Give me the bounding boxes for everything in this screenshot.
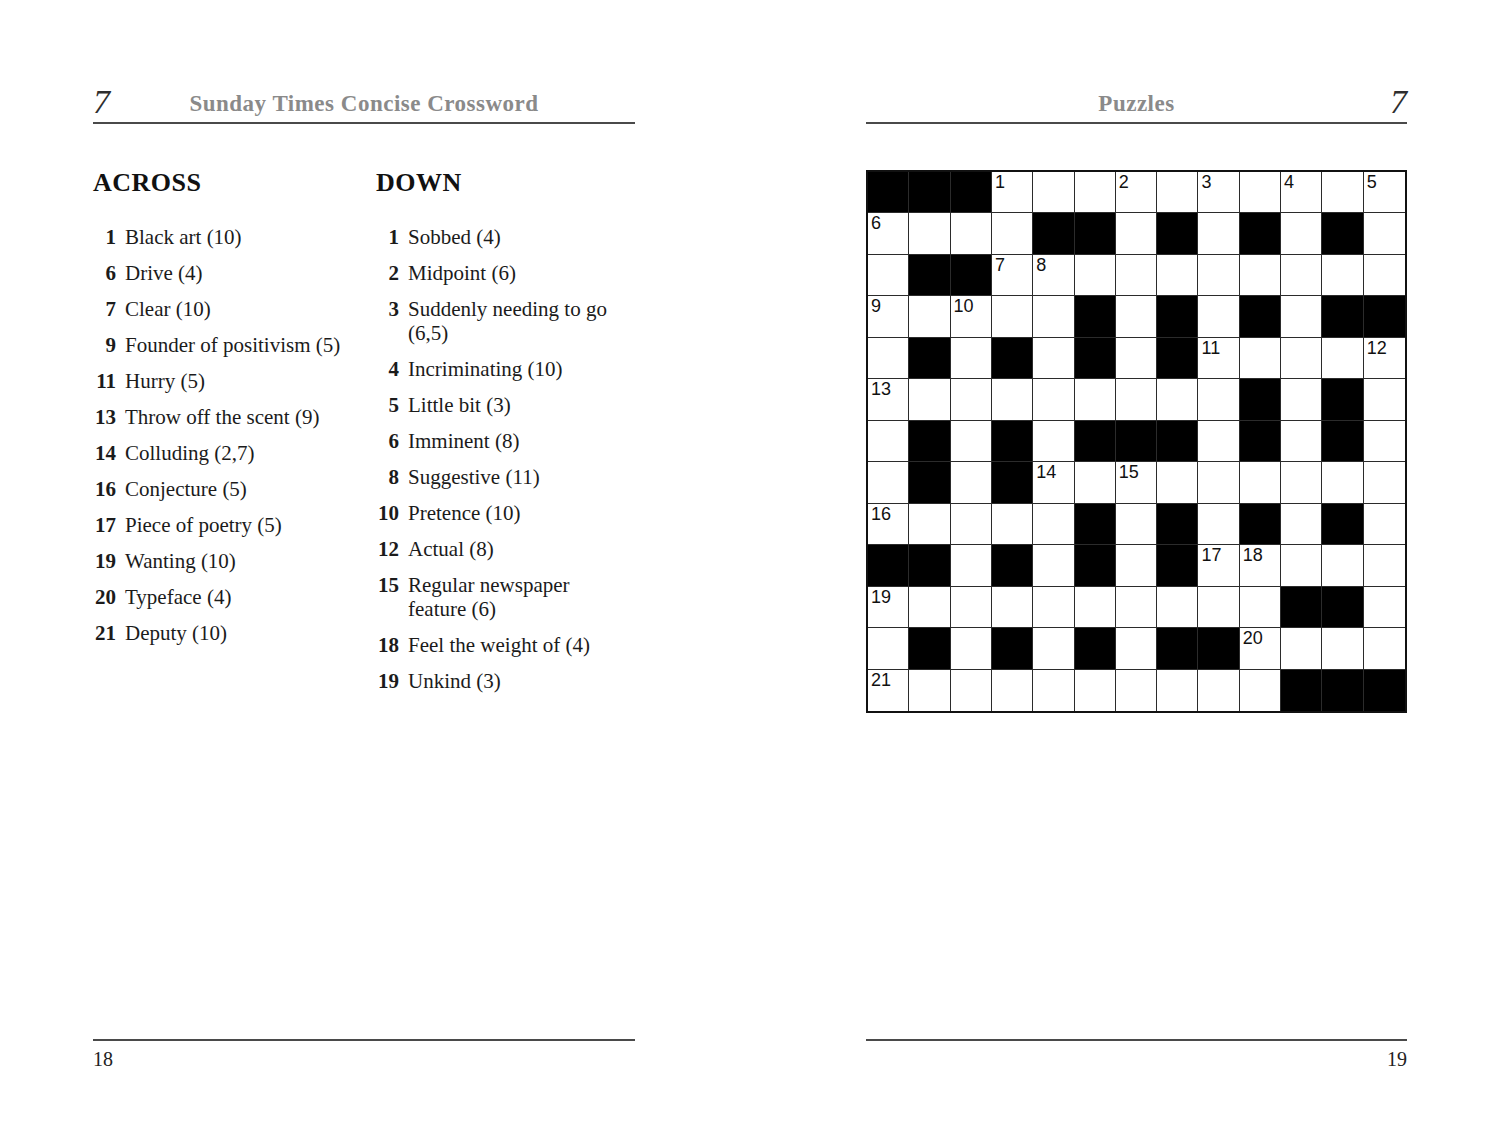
grid-cell — [1116, 255, 1157, 296]
block-cell — [1322, 213, 1363, 254]
clue-text: Black art (10) — [125, 225, 371, 249]
grid-cell — [1116, 504, 1157, 545]
grid-cell — [1281, 462, 1322, 503]
clue-text: Drive (4) — [125, 261, 371, 285]
block-cell — [1322, 379, 1363, 420]
grid-cell — [868, 255, 909, 296]
clue-item: 6Imminent (8) — [376, 429, 635, 453]
grid-cell: 21 — [868, 670, 909, 711]
block-cell — [1240, 421, 1281, 462]
cell-number: 16 — [871, 505, 891, 524]
grid-cell — [1240, 338, 1281, 379]
grid-cell — [909, 670, 950, 711]
grid-cell — [1157, 379, 1198, 420]
cell-number: 18 — [1243, 546, 1263, 565]
grid-cell — [909, 504, 950, 545]
grid-cell: 5 — [1364, 172, 1405, 213]
grid-cell — [868, 421, 909, 462]
grid-cell — [1198, 670, 1239, 711]
block-cell — [1240, 504, 1281, 545]
clue-item: 10Pretence (10) — [376, 501, 635, 525]
clue-number: 14 — [93, 441, 116, 465]
down-heading: DOWN — [376, 168, 635, 198]
grid-cell: 19 — [868, 587, 909, 628]
clue-text: Piece of poetry (5) — [125, 513, 371, 537]
clue-text: Midpoint (6) — [408, 261, 635, 285]
clue-item: 11Hurry (5) — [93, 369, 371, 393]
grid-cell — [1116, 296, 1157, 337]
clue-text: Regular newspaperfeature (6) — [408, 573, 635, 621]
grid-cell: 14 — [1033, 462, 1074, 503]
block-cell — [909, 545, 950, 586]
block-cell — [868, 545, 909, 586]
grid-cell — [1281, 504, 1322, 545]
grid-cell — [1281, 628, 1322, 669]
block-cell — [1075, 504, 1116, 545]
left-page-footer: 18 — [93, 1039, 635, 1071]
block-cell — [992, 545, 1033, 586]
clue-text: Throw off the scent (9) — [125, 405, 371, 429]
grid-cell: 20 — [1240, 628, 1281, 669]
block-cell — [1157, 628, 1198, 669]
grid-cell: 17 — [1198, 545, 1239, 586]
clue-number: 12 — [376, 537, 399, 561]
cell-number: 21 — [871, 671, 891, 690]
clue-number: 15 — [376, 573, 399, 621]
grid-cell: 15 — [1116, 462, 1157, 503]
grid-cell — [1364, 462, 1405, 503]
cell-number: 9 — [871, 297, 881, 316]
clue-number: 21 — [93, 621, 116, 645]
grid-cell — [1075, 462, 1116, 503]
grid-cell — [992, 504, 1033, 545]
cell-number: 15 — [1119, 463, 1139, 482]
book-spread: 7 Sunday Times Concise Crossword ACROSS … — [0, 0, 1500, 1137]
grid-cell — [1240, 587, 1281, 628]
grid-cell — [1157, 255, 1198, 296]
grid-cell — [951, 587, 992, 628]
block-cell — [1322, 587, 1363, 628]
grid-cell — [1240, 462, 1281, 503]
block-cell — [909, 628, 950, 669]
block-cell — [1240, 379, 1281, 420]
clue-item: 13Throw off the scent (9) — [93, 405, 371, 429]
block-cell — [1322, 296, 1363, 337]
grid-cell — [1116, 545, 1157, 586]
grid-cell — [1322, 172, 1363, 213]
cell-number: 12 — [1367, 339, 1387, 358]
grid-cell — [1364, 587, 1405, 628]
grid-cell — [1033, 504, 1074, 545]
cell-number: 4 — [1284, 173, 1294, 192]
grid-cell — [1116, 338, 1157, 379]
clue-number: 8 — [376, 465, 399, 489]
block-cell — [1116, 421, 1157, 462]
grid-cell — [1157, 172, 1198, 213]
grid-cell — [1116, 670, 1157, 711]
grid-cell — [951, 670, 992, 711]
grid-cell: 2 — [1116, 172, 1157, 213]
clue-item: 15Regular newspaperfeature (6) — [376, 573, 635, 621]
across-column: ACROSS 1Black art (10)6Drive (4)7Clear (… — [93, 168, 371, 657]
clue-number: 10 — [376, 501, 399, 525]
grid-cell — [1075, 670, 1116, 711]
grid-cell — [992, 670, 1033, 711]
cell-number: 6 — [871, 214, 881, 233]
grid-cell — [1198, 255, 1239, 296]
clue-number: 13 — [93, 405, 116, 429]
clue-item: 12Actual (8) — [376, 537, 635, 561]
grid-cell — [1198, 504, 1239, 545]
grid-cell — [1116, 213, 1157, 254]
grid-cell — [951, 545, 992, 586]
cell-number: 19 — [871, 588, 891, 607]
cell-number: 8 — [1036, 256, 1046, 275]
clue-number: 19 — [93, 549, 116, 573]
grid-cell: 16 — [868, 504, 909, 545]
clue-text: Conjecture (5) — [125, 477, 371, 501]
block-cell — [951, 255, 992, 296]
clue-number: 3 — [376, 297, 399, 345]
clue-text: Founder of positivism (5) — [125, 333, 371, 357]
cell-number: 5 — [1367, 173, 1377, 192]
left-page-header: 7 Sunday Times Concise Crossword — [93, 84, 635, 124]
clue-number: 20 — [93, 585, 116, 609]
grid-cell: 3 — [1198, 172, 1239, 213]
grid-cell — [1033, 338, 1074, 379]
block-cell — [1157, 545, 1198, 586]
block-cell — [1364, 296, 1405, 337]
clue-text: Pretence (10) — [408, 501, 635, 525]
cell-number: 10 — [954, 297, 974, 316]
grid-cell — [951, 421, 992, 462]
grid-cell — [1033, 172, 1074, 213]
grid-cell: 12 — [1364, 338, 1405, 379]
grid-cell — [909, 213, 950, 254]
block-cell — [1075, 628, 1116, 669]
clue-number: 2 — [376, 261, 399, 285]
clue-number: 7 — [93, 297, 116, 321]
block-cell — [1364, 670, 1405, 711]
clue-text: Little bit (3) — [408, 393, 635, 417]
right-corner-number: 7 — [1390, 85, 1407, 119]
grid-cell — [909, 296, 950, 337]
block-cell — [1075, 545, 1116, 586]
right-page-number: 19 — [1387, 1048, 1407, 1070]
block-cell — [1033, 213, 1074, 254]
block-cell — [1075, 338, 1116, 379]
grid-cell — [951, 338, 992, 379]
clue-item: 20Typeface (4) — [93, 585, 371, 609]
grid-cell — [1157, 462, 1198, 503]
cell-number: 11 — [1201, 339, 1220, 358]
block-cell — [1157, 338, 1198, 379]
block-cell — [1075, 421, 1116, 462]
grid-cell — [1198, 421, 1239, 462]
block-cell — [1157, 213, 1198, 254]
clue-item: 21Deputy (10) — [93, 621, 371, 645]
clue-number: 4 — [376, 357, 399, 381]
clue-number: 6 — [376, 429, 399, 453]
block-cell — [992, 338, 1033, 379]
grid-cell — [1116, 587, 1157, 628]
grid-cell — [1075, 255, 1116, 296]
clue-number: 16 — [93, 477, 116, 501]
block-cell — [1322, 670, 1363, 711]
grid-cell: 9 — [868, 296, 909, 337]
block-cell — [951, 172, 992, 213]
clue-text: Feel the weight of (4) — [408, 633, 635, 657]
grid-cell: 18 — [1240, 545, 1281, 586]
clue-item: 1Black art (10) — [93, 225, 371, 249]
grid-cell — [1364, 628, 1405, 669]
clue-item: 1Sobbed (4) — [376, 225, 635, 249]
block-cell — [909, 172, 950, 213]
clue-item: 3Suddenly needing to go(6,5) — [376, 297, 635, 345]
grid-cell — [1198, 296, 1239, 337]
grid-cell — [1033, 296, 1074, 337]
block-cell — [1322, 504, 1363, 545]
grid-cell: 1 — [992, 172, 1033, 213]
grid-cell — [1157, 587, 1198, 628]
grid-cell — [1240, 255, 1281, 296]
cell-number: 2 — [1119, 173, 1129, 192]
grid-cell — [1198, 462, 1239, 503]
block-cell — [992, 628, 1033, 669]
clue-item: 8Suggestive (11) — [376, 465, 635, 489]
block-cell — [1075, 296, 1116, 337]
grid-cell — [868, 338, 909, 379]
grid-cell — [992, 587, 1033, 628]
block-cell — [1240, 213, 1281, 254]
clue-item: 16Conjecture (5) — [93, 477, 371, 501]
clue-item: 19Unkind (3) — [376, 669, 635, 693]
grid-cell — [1364, 421, 1405, 462]
across-clue-list: 1Black art (10)6Drive (4)7Clear (10)9Fou… — [93, 225, 371, 645]
grid-cell — [1281, 421, 1322, 462]
grid-cell — [1322, 628, 1363, 669]
grid-cell: 13 — [868, 379, 909, 420]
grid-cell — [1198, 379, 1239, 420]
block-cell — [1075, 213, 1116, 254]
clue-text: Unkind (3) — [408, 669, 635, 693]
cell-number: 7 — [995, 256, 1005, 275]
cell-number: 13 — [871, 380, 891, 399]
clue-number: 1 — [376, 225, 399, 249]
block-cell — [992, 462, 1033, 503]
grid-cell — [1075, 587, 1116, 628]
left-page-title: Sunday Times Concise Crossword — [93, 91, 635, 117]
grid-cell — [1157, 670, 1198, 711]
block-cell — [1281, 670, 1322, 711]
down-column: DOWN 1Sobbed (4)2Midpoint (6)3Suddenly n… — [376, 168, 635, 705]
clue-text: Hurry (5) — [125, 369, 371, 393]
clue-item: 14Colluding (2,7) — [93, 441, 371, 465]
clue-item: 9Founder of positivism (5) — [93, 333, 371, 357]
grid-cell — [1364, 545, 1405, 586]
clue-text: Colluding (2,7) — [125, 441, 371, 465]
block-cell — [1157, 421, 1198, 462]
grid-cell — [992, 379, 1033, 420]
grid-cell — [992, 213, 1033, 254]
grid-cell — [1075, 172, 1116, 213]
block-cell — [1322, 421, 1363, 462]
grid-cell — [1322, 545, 1363, 586]
block-cell — [909, 338, 950, 379]
grid-cell — [1198, 213, 1239, 254]
clue-item: 18Feel the weight of (4) — [376, 633, 635, 657]
block-cell — [1240, 296, 1281, 337]
clue-number: 19 — [376, 669, 399, 693]
cell-number: 20 — [1243, 629, 1263, 648]
cell-number: 3 — [1201, 173, 1211, 192]
grid-cell — [1281, 296, 1322, 337]
clue-item: 19Wanting (10) — [93, 549, 371, 573]
grid-cell — [1364, 213, 1405, 254]
grid-cell — [1364, 255, 1405, 296]
clue-text: Actual (8) — [408, 537, 635, 561]
clue-text: Deputy (10) — [125, 621, 371, 645]
block-cell — [1198, 628, 1239, 669]
across-heading: ACROSS — [93, 168, 371, 198]
grid-cell — [1281, 255, 1322, 296]
clue-number: 11 — [93, 369, 116, 393]
grid-cell — [951, 462, 992, 503]
clue-item: 4Incriminating (10) — [376, 357, 635, 381]
block-cell — [1281, 587, 1322, 628]
left-page-number: 18 — [93, 1048, 113, 1070]
grid-cell: 4 — [1281, 172, 1322, 213]
grid-cell: 11 — [1198, 338, 1239, 379]
grid-cell — [1033, 587, 1074, 628]
right-page-footer: 19 — [866, 1039, 1407, 1071]
grid-cell — [951, 213, 992, 254]
clue-text: Sobbed (4) — [408, 225, 635, 249]
grid-cell — [1322, 338, 1363, 379]
clue-item: 2Midpoint (6) — [376, 261, 635, 285]
clue-number: 9 — [93, 333, 116, 357]
clue-text: Wanting (10) — [125, 549, 371, 573]
clue-item: 6Drive (4) — [93, 261, 371, 285]
grid-cell — [1322, 462, 1363, 503]
cell-number: 14 — [1036, 463, 1056, 482]
clue-text: Suddenly needing to go(6,5) — [408, 297, 635, 345]
grid-cell: 10 — [951, 296, 992, 337]
down-clue-list: 1Sobbed (4)2Midpoint (6)3Suddenly needin… — [376, 225, 635, 693]
grid-cell — [1281, 545, 1322, 586]
grid-cell — [909, 587, 950, 628]
grid-cell — [992, 296, 1033, 337]
grid-cell — [1116, 379, 1157, 420]
grid-cell — [1033, 670, 1074, 711]
block-cell — [909, 421, 950, 462]
grid-cell — [1281, 213, 1322, 254]
grid-cell — [1116, 628, 1157, 669]
grid-cell — [1033, 628, 1074, 669]
grid-cell — [868, 462, 909, 503]
grid-cell: 8 — [1033, 255, 1074, 296]
grid-cell — [951, 628, 992, 669]
grid-cell — [1364, 379, 1405, 420]
crossword-grid: 123456789101112131415161718192021 — [866, 170, 1407, 713]
grid-cell — [1033, 379, 1074, 420]
clue-number: 18 — [376, 633, 399, 657]
clue-number: 17 — [93, 513, 116, 537]
grid-cell — [1198, 587, 1239, 628]
grid-cell — [909, 379, 950, 420]
cell-number: 1 — [995, 173, 1005, 192]
block-cell — [1157, 504, 1198, 545]
grid-cell — [1240, 172, 1281, 213]
right-page-title: Puzzles — [866, 91, 1407, 117]
grid-cell — [1281, 379, 1322, 420]
clue-text: Imminent (8) — [408, 429, 635, 453]
block-cell — [909, 462, 950, 503]
block-cell — [868, 172, 909, 213]
grid-cell — [868, 628, 909, 669]
grid-cell — [951, 504, 992, 545]
block-cell — [1157, 296, 1198, 337]
clue-number: 6 — [93, 261, 116, 285]
clue-item: 7Clear (10) — [93, 297, 371, 321]
grid-cell — [1033, 545, 1074, 586]
cell-number: 17 — [1201, 546, 1221, 565]
grid-cell: 6 — [868, 213, 909, 254]
clue-text: Clear (10) — [125, 297, 371, 321]
block-cell — [909, 255, 950, 296]
block-cell — [992, 421, 1033, 462]
grid-cell — [1240, 670, 1281, 711]
clue-item: 5Little bit (3) — [376, 393, 635, 417]
grid-cell — [1364, 504, 1405, 545]
right-page-header: Puzzles 7 — [866, 84, 1407, 124]
clue-text: Typeface (4) — [125, 585, 371, 609]
grid-cell — [1075, 379, 1116, 420]
clue-text: Suggestive (11) — [408, 465, 635, 489]
grid-cell — [951, 379, 992, 420]
grid-cell — [1281, 338, 1322, 379]
grid-cell — [1033, 421, 1074, 462]
clue-text: Incriminating (10) — [408, 357, 635, 381]
clue-item: 17Piece of poetry (5) — [93, 513, 371, 537]
grid-cell: 7 — [992, 255, 1033, 296]
clue-number: 1 — [93, 225, 116, 249]
clue-number: 5 — [376, 393, 399, 417]
grid-cell — [1322, 255, 1363, 296]
